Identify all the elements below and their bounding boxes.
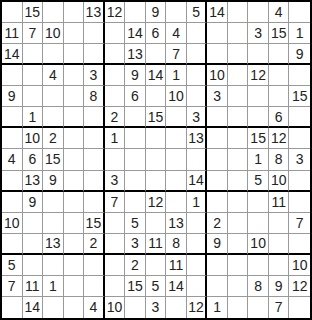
cell-r11c2[interactable] <box>23 213 44 234</box>
cell-r2c2: 7 <box>23 23 44 44</box>
cell-r7c3: 2 <box>43 128 64 149</box>
cell-r9c6: 3 <box>105 171 126 192</box>
cell-r8c8[interactable] <box>146 149 167 170</box>
cell-r14c15: 12 <box>289 276 310 297</box>
cell-r6c9[interactable] <box>166 107 187 128</box>
cell-r13c8[interactable] <box>146 255 167 276</box>
cell-r15c15[interactable] <box>289 297 310 318</box>
cell-r12c3: 13 <box>43 234 64 255</box>
cell-r7c15[interactable] <box>289 128 310 149</box>
cell-r14c10[interactable] <box>187 276 208 297</box>
cell-r11c13[interactable] <box>248 213 269 234</box>
cell-r15c5: 4 <box>84 297 105 318</box>
cell-r6c11[interactable] <box>207 107 228 128</box>
cell-r4c14[interactable] <box>269 65 290 86</box>
cell-r15c1[interactable] <box>2 297 23 318</box>
cell-r14c3: 1 <box>43 276 64 297</box>
cell-r5c6[interactable] <box>105 86 126 107</box>
cell-r8c3: 15 <box>43 149 64 170</box>
cell-r13c14[interactable] <box>269 255 290 276</box>
cell-r15c3[interactable] <box>43 297 64 318</box>
cell-r4c3: 4 <box>43 65 64 86</box>
cell-r12c4[interactable] <box>64 234 85 255</box>
cell-r12c9: 8 <box>166 234 187 255</box>
cell-r9c10: 14 <box>187 171 208 192</box>
cell-r9c1[interactable] <box>2 171 23 192</box>
cell-r4c10[interactable] <box>187 65 208 86</box>
cell-r5c7: 6 <box>125 86 146 107</box>
cell-r8c2: 6 <box>23 149 44 170</box>
cell-r3c2[interactable] <box>23 44 44 65</box>
cell-r9c5[interactable] <box>84 171 105 192</box>
cell-r15c11: 1 <box>207 297 228 318</box>
cell-r12c11: 9 <box>207 234 228 255</box>
cell-r6c15[interactable] <box>289 107 310 128</box>
cell-r6c12[interactable] <box>228 107 249 128</box>
cell-r14c4[interactable] <box>64 276 85 297</box>
cell-r15c4[interactable] <box>64 297 85 318</box>
cell-r14c12[interactable] <box>228 276 249 297</box>
cell-r3c10[interactable] <box>187 44 208 65</box>
cell-r14c11[interactable] <box>207 276 228 297</box>
cell-r13c7: 2 <box>125 255 146 276</box>
cell-r13c15: 10 <box>289 255 310 276</box>
cell-r6c1[interactable] <box>2 107 23 128</box>
cell-r9c9[interactable] <box>166 171 187 192</box>
cell-r2c12[interactable] <box>228 23 249 44</box>
cell-r15c9[interactable] <box>166 297 187 318</box>
cell-r10c10: 1 <box>187 192 208 213</box>
cell-r6c8: 15 <box>146 107 167 128</box>
cell-r7c12[interactable] <box>228 128 249 149</box>
cell-r1c5: 13 <box>84 2 105 23</box>
cell-r12c12[interactable] <box>228 234 249 255</box>
cell-r4c4[interactable] <box>64 65 85 86</box>
cell-r4c12[interactable] <box>228 65 249 86</box>
cell-r9c12[interactable] <box>228 171 249 192</box>
cell-r9c7[interactable] <box>125 171 146 192</box>
cell-r12c2[interactable] <box>23 234 44 255</box>
cell-r11c15: 7 <box>289 213 310 234</box>
cell-r2c3: 10 <box>43 23 64 44</box>
cell-r10c5[interactable] <box>84 192 105 213</box>
cell-r10c6: 7 <box>105 192 126 213</box>
cell-r3c12[interactable] <box>228 44 249 65</box>
cell-r1c2: 15 <box>23 2 44 23</box>
cell-r8c11[interactable] <box>207 149 228 170</box>
cell-r13c3[interactable] <box>43 255 64 276</box>
cell-r1c12[interactable] <box>228 2 249 23</box>
cell-r5c9: 10 <box>166 86 187 107</box>
cell-r10c15[interactable] <box>289 192 310 213</box>
cell-r8c1: 4 <box>2 149 23 170</box>
cell-r10c4[interactable] <box>64 192 85 213</box>
cell-r8c6[interactable] <box>105 149 126 170</box>
cell-r8c14: 8 <box>269 149 290 170</box>
cell-r2c9: 4 <box>166 23 187 44</box>
cell-r2c14: 15 <box>269 23 290 44</box>
cell-r4c1[interactable] <box>2 65 23 86</box>
cell-r9c2: 13 <box>23 171 44 192</box>
cell-r9c14: 10 <box>269 171 290 192</box>
cell-r15c7[interactable] <box>125 297 146 318</box>
cell-r11c8[interactable] <box>146 213 167 234</box>
cell-r5c15: 15 <box>289 86 310 107</box>
cell-r12c8: 11 <box>146 234 167 255</box>
cell-r13c12[interactable] <box>228 255 249 276</box>
cell-r4c5: 3 <box>84 65 105 86</box>
cell-r3c14[interactable] <box>269 44 290 65</box>
cell-r15c2: 14 <box>23 297 44 318</box>
cell-r15c6: 10 <box>105 297 126 318</box>
cell-r14c2: 11 <box>23 276 44 297</box>
cell-r3c6[interactable] <box>105 44 126 65</box>
cell-r3c3[interactable] <box>43 44 64 65</box>
cell-r12c10[interactable] <box>187 234 208 255</box>
cell-r14c6[interactable] <box>105 276 126 297</box>
cell-r7c14: 12 <box>269 128 290 149</box>
cell-r14c13: 8 <box>248 276 269 297</box>
cell-r13c11[interactable] <box>207 255 228 276</box>
cell-r15c10: 12 <box>187 297 208 318</box>
cell-r6c14: 6 <box>269 107 290 128</box>
cell-r13c2[interactable] <box>23 255 44 276</box>
cell-r13c6[interactable] <box>105 255 126 276</box>
cell-r1c6: 12 <box>105 2 126 23</box>
cell-r11c4[interactable] <box>64 213 85 234</box>
cell-r9c4[interactable] <box>64 171 85 192</box>
cell-r1c14: 4 <box>269 2 290 23</box>
cell-r13c9: 11 <box>166 255 187 276</box>
cell-r12c13: 10 <box>248 234 269 255</box>
cell-r2c13: 3 <box>248 23 269 44</box>
cell-r11c12[interactable] <box>228 213 249 234</box>
cell-r8c5[interactable] <box>84 149 105 170</box>
cell-r11c6[interactable] <box>105 213 126 234</box>
cell-r5c2[interactable] <box>23 86 44 107</box>
cell-r2c1: 11 <box>2 23 23 44</box>
cell-r11c9: 13 <box>166 213 187 234</box>
cell-r6c2: 1 <box>23 107 44 128</box>
cell-r2c15: 1 <box>289 23 310 44</box>
cell-r12c6[interactable] <box>105 234 126 255</box>
cell-r4c13: 12 <box>248 65 269 86</box>
cell-r11c1: 10 <box>2 213 23 234</box>
cell-r1c9[interactable] <box>166 2 187 23</box>
cell-r1c8: 9 <box>146 2 167 23</box>
cell-r9c8[interactable] <box>146 171 167 192</box>
cell-r15c13[interactable] <box>248 297 269 318</box>
cell-r13c4[interactable] <box>64 255 85 276</box>
cell-r3c5[interactable] <box>84 44 105 65</box>
cell-r11c10[interactable] <box>187 213 208 234</box>
cell-r2c8: 6 <box>146 23 167 44</box>
cell-r2c11[interactable] <box>207 23 228 44</box>
cell-r5c14[interactable] <box>269 86 290 107</box>
cell-r10c14: 11 <box>269 192 290 213</box>
cell-r14c8: 5 <box>146 276 167 297</box>
cell-r8c10[interactable] <box>187 149 208 170</box>
cell-r9c3: 9 <box>43 171 64 192</box>
cell-r1c4[interactable] <box>64 2 85 23</box>
cell-r13c5[interactable] <box>84 255 105 276</box>
cell-r7c11[interactable] <box>207 128 228 149</box>
cell-r7c4[interactable] <box>64 128 85 149</box>
cell-r15c14: 7 <box>269 297 290 318</box>
cell-r4c7: 9 <box>125 65 146 86</box>
cell-r3c8[interactable] <box>146 44 167 65</box>
cell-r6c6: 2 <box>105 107 126 128</box>
cell-r12c15[interactable] <box>289 234 310 255</box>
cell-r3c15: 9 <box>289 44 310 65</box>
cell-r5c8[interactable] <box>146 86 167 107</box>
cell-r11c14[interactable] <box>269 213 290 234</box>
cell-r7c10: 13 <box>187 128 208 149</box>
cell-r2c5[interactable] <box>84 23 105 44</box>
cell-r10c13[interactable] <box>248 192 269 213</box>
cell-r6c10: 3 <box>187 107 208 128</box>
cell-r6c3[interactable] <box>43 107 64 128</box>
cell-r4c9: 1 <box>166 65 187 86</box>
cell-r1c15[interactable] <box>289 2 310 23</box>
cell-r8c9[interactable] <box>166 149 187 170</box>
cell-r11c3[interactable] <box>43 213 64 234</box>
cell-r8c7[interactable] <box>125 149 146 170</box>
cell-r12c1[interactable] <box>2 234 23 255</box>
cell-r4c11: 10 <box>207 65 228 86</box>
cell-r15c12[interactable] <box>228 297 249 318</box>
cell-r6c7[interactable] <box>125 107 146 128</box>
cell-r1c3[interactable] <box>43 2 64 23</box>
cell-r10c1[interactable] <box>2 192 23 213</box>
cell-r13c1: 5 <box>2 255 23 276</box>
cell-r10c8: 12 <box>146 192 167 213</box>
cell-r10c12[interactable] <box>228 192 249 213</box>
cell-r2c7: 14 <box>125 23 146 44</box>
cell-r3c1: 14 <box>2 44 23 65</box>
cell-r1c11: 14 <box>207 2 228 23</box>
cell-r10c2: 9 <box>23 192 44 213</box>
cell-r8c15: 3 <box>289 149 310 170</box>
cell-r1c10: 5 <box>187 2 208 23</box>
cell-r3c9: 7 <box>166 44 187 65</box>
cell-r12c14[interactable] <box>269 234 290 255</box>
cell-r13c13[interactable] <box>248 255 269 276</box>
cell-r10c9[interactable] <box>166 192 187 213</box>
cell-r1c1[interactable] <box>2 2 23 23</box>
cell-r13c10[interactable] <box>187 255 208 276</box>
cell-r7c2: 10 <box>23 128 44 149</box>
cell-r5c3[interactable] <box>43 86 64 107</box>
cell-r3c13[interactable] <box>248 44 269 65</box>
cell-r11c11: 2 <box>207 213 228 234</box>
cell-r7c8[interactable] <box>146 128 167 149</box>
cell-r12c5: 2 <box>84 234 105 255</box>
cell-r7c6: 1 <box>105 128 126 149</box>
cell-r9c11[interactable] <box>207 171 228 192</box>
cell-r7c9[interactable] <box>166 128 187 149</box>
cell-r5c1: 9 <box>2 86 23 107</box>
cell-r5c4[interactable] <box>64 86 85 107</box>
cell-r1c13[interactable] <box>248 2 269 23</box>
cell-r9c15[interactable] <box>289 171 310 192</box>
cell-r2c10[interactable] <box>187 23 208 44</box>
cell-r10c3[interactable] <box>43 192 64 213</box>
cell-r5c12[interactable] <box>228 86 249 107</box>
cell-r3c11[interactable] <box>207 44 228 65</box>
cell-r4c8: 14 <box>146 65 167 86</box>
cell-r6c13[interactable] <box>248 107 269 128</box>
cell-r5c13[interactable] <box>248 86 269 107</box>
cell-r14c1: 7 <box>2 276 23 297</box>
cell-r14c9: 14 <box>166 276 187 297</box>
cell-r8c13: 1 <box>248 149 269 170</box>
cell-r10c11[interactable] <box>207 192 228 213</box>
cell-r1c7[interactable] <box>125 2 146 23</box>
cell-r11c7: 5 <box>125 213 146 234</box>
cell-r11c5: 15 <box>84 213 105 234</box>
cell-r6c4[interactable] <box>64 107 85 128</box>
cell-r8c4[interactable] <box>64 149 85 170</box>
cell-r8c12[interactable] <box>228 149 249 170</box>
sudoku-board: 1513129514411710146431511413794391411012… <box>0 0 312 320</box>
cell-r2c4[interactable] <box>64 23 85 44</box>
cell-r10c7[interactable] <box>125 192 146 213</box>
cell-r7c7[interactable] <box>125 128 146 149</box>
cell-r14c14: 9 <box>269 276 290 297</box>
cell-r7c5[interactable] <box>84 128 105 149</box>
cell-r12c7: 3 <box>125 234 146 255</box>
cell-r4c15[interactable] <box>289 65 310 86</box>
cell-r14c7: 15 <box>125 276 146 297</box>
cell-r5c11: 3 <box>207 86 228 107</box>
cell-r7c13: 15 <box>248 128 269 149</box>
cell-r4c2[interactable] <box>23 65 44 86</box>
cell-r14c5[interactable] <box>84 276 105 297</box>
cell-r9c13: 5 <box>248 171 269 192</box>
cell-r2c6[interactable] <box>105 23 126 44</box>
cell-r15c8: 3 <box>146 297 167 318</box>
cell-r4c6[interactable] <box>105 65 126 86</box>
cell-r3c4[interactable] <box>64 44 85 65</box>
cell-r3c7: 13 <box>125 44 146 65</box>
cell-r5c10[interactable] <box>187 86 208 107</box>
cell-r5c5: 8 <box>84 86 105 107</box>
cell-r6c5[interactable] <box>84 107 105 128</box>
cell-r7c1[interactable] <box>2 128 23 149</box>
